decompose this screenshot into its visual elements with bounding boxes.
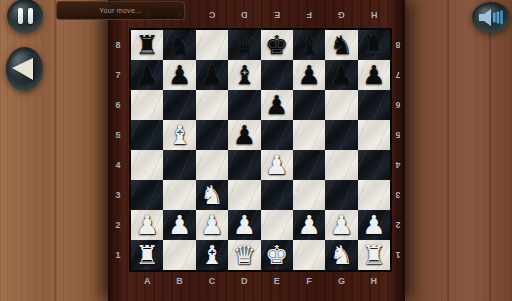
rank-labels-left: 87654321	[110, 30, 126, 270]
black-pawn[interactable]: ♟	[265, 91, 288, 119]
square-a4[interactable]	[131, 150, 163, 180]
square-a2[interactable]: ♟	[131, 210, 163, 240]
file-label-g: G	[325, 10, 357, 20]
rank-label-2: 2	[390, 210, 406, 240]
square-c4[interactable]	[196, 150, 228, 180]
black-pawn[interactable]: ♟	[362, 61, 385, 89]
wood-seam	[447, 0, 449, 301]
status-bar: Your move...	[56, 1, 185, 20]
rank-label-3: 3	[390, 180, 406, 210]
black-pawn[interactable]: ♟	[233, 121, 256, 149]
square-g5[interactable]	[325, 120, 357, 150]
square-d2[interactable]: ♟	[228, 210, 260, 240]
rank-label-7: 7	[110, 60, 126, 90]
white-bishop[interactable]: ♝	[168, 121, 191, 149]
square-h7[interactable]: ♟	[358, 60, 390, 90]
square-g3[interactable]	[325, 180, 357, 210]
black-knight[interactable]: ♞	[168, 31, 191, 59]
rank-label-2: 2	[110, 210, 126, 240]
file-label-d: D	[228, 276, 260, 286]
square-g6[interactable]	[325, 90, 357, 120]
status-message: Your move...	[99, 7, 142, 14]
rank-label-5: 5	[390, 120, 406, 150]
square-c6[interactable]	[196, 90, 228, 120]
wood-seam	[54, 0, 56, 301]
black-pawn[interactable]: ♟	[330, 61, 353, 89]
square-b5[interactable]: ♝	[163, 120, 195, 150]
rank-label-8: 8	[110, 30, 126, 60]
square-b7[interactable]: ♟	[163, 60, 195, 90]
black-knight[interactable]: ♞	[330, 31, 353, 59]
rank-label-4: 4	[110, 150, 126, 180]
square-h2[interactable]: ♟	[358, 210, 390, 240]
white-rook[interactable]: ♜	[362, 241, 385, 269]
square-g7[interactable]: ♟	[325, 60, 357, 90]
rank-label-5: 5	[110, 120, 126, 150]
square-c5[interactable]	[196, 120, 228, 150]
square-e7[interactable]	[261, 60, 293, 90]
white-pawn[interactable]: ♟	[330, 211, 353, 239]
black-pawn[interactable]: ♟	[168, 61, 191, 89]
file-label-c: C	[196, 10, 228, 20]
pause-button[interactable]	[7, 0, 43, 33]
speaker-icon	[479, 9, 503, 26]
square-f4[interactable]	[293, 150, 325, 180]
file-label-c: C	[196, 276, 228, 286]
file-label-e: E	[261, 10, 293, 20]
rank-label-8: 8	[390, 30, 406, 60]
black-pawn[interactable]: ♟	[200, 61, 223, 89]
square-a5[interactable]	[131, 120, 163, 150]
square-d8[interactable]: ♛	[228, 30, 260, 60]
rank-label-4: 4	[390, 150, 406, 180]
square-f5[interactable]	[293, 120, 325, 150]
square-c2[interactable]: ♟	[196, 210, 228, 240]
rank-labels-right: 87654321	[390, 30, 406, 270]
chess-board[interactable]: ♜♞♛♚♝♞♜♟♟♟♝♟♟♟♟♝♟♟♞♟♟♟♟♟♟♟♜♝♛♚♞♜	[129, 28, 392, 272]
square-f8[interactable]: ♝	[293, 30, 325, 60]
square-d6[interactable]	[228, 90, 260, 120]
square-b6[interactable]	[163, 90, 195, 120]
file-label-e: E	[261, 276, 293, 286]
black-pawn[interactable]: ♟	[136, 61, 159, 89]
square-e3[interactable]	[261, 180, 293, 210]
square-b4[interactable]	[163, 150, 195, 180]
square-e6[interactable]: ♟	[261, 90, 293, 120]
square-e5[interactable]	[261, 120, 293, 150]
black-king[interactable]: ♚	[265, 31, 288, 59]
square-d5[interactable]: ♟	[228, 120, 260, 150]
file-label-f: F	[293, 10, 325, 20]
pause-icon	[18, 8, 33, 24]
file-labels-bottom: ABCDEFGH	[131, 276, 390, 286]
square-g1[interactable]: ♞	[325, 240, 357, 270]
square-h6[interactable]	[358, 90, 390, 120]
square-f6[interactable]	[293, 90, 325, 120]
square-d4[interactable]	[228, 150, 260, 180]
square-c3[interactable]: ♞	[196, 180, 228, 210]
wood-seam	[489, 0, 491, 301]
white-pawn[interactable]: ♟	[233, 211, 256, 239]
square-b1[interactable]	[163, 240, 195, 270]
square-b3[interactable]	[163, 180, 195, 210]
square-g2[interactable]: ♟	[325, 210, 357, 240]
white-pawn[interactable]: ♟	[200, 211, 223, 239]
white-knight[interactable]: ♞	[200, 181, 223, 209]
black-queen[interactable]: ♛	[233, 31, 256, 59]
white-pawn[interactable]: ♟	[168, 211, 191, 239]
white-queen[interactable]: ♛	[233, 241, 256, 269]
square-c8[interactable]	[196, 30, 228, 60]
file-label-f: F	[293, 276, 325, 286]
square-h3[interactable]	[358, 180, 390, 210]
square-h8[interactable]: ♜	[358, 30, 390, 60]
square-f1[interactable]	[293, 240, 325, 270]
black-bishop[interactable]: ♝	[233, 61, 256, 89]
square-d3[interactable]	[228, 180, 260, 210]
back-button[interactable]	[6, 47, 43, 91]
back-arrow-icon	[12, 58, 33, 80]
square-e1[interactable]: ♚	[261, 240, 293, 270]
square-h1[interactable]: ♜	[358, 240, 390, 270]
white-knight[interactable]: ♞	[330, 241, 353, 269]
square-f3[interactable]	[293, 180, 325, 210]
file-label-h: H	[358, 10, 390, 20]
black-rook[interactable]: ♜	[136, 31, 159, 59]
black-rook[interactable]: ♜	[362, 31, 385, 59]
square-b8[interactable]: ♞	[163, 30, 195, 60]
file-label-b: B	[163, 276, 195, 286]
rank-label-7: 7	[390, 60, 406, 90]
square-d1[interactable]: ♛	[228, 240, 260, 270]
file-label-a: A	[131, 276, 163, 286]
black-pawn[interactable]: ♟	[297, 61, 320, 89]
white-bishop[interactable]: ♝	[200, 241, 223, 269]
square-g4[interactable]	[325, 150, 357, 180]
square-e2[interactable]	[261, 210, 293, 240]
square-e4[interactable]: ♟	[261, 150, 293, 180]
white-pawn[interactable]: ♟	[136, 211, 159, 239]
white-rook[interactable]: ♜	[136, 241, 159, 269]
square-a8[interactable]: ♜	[131, 30, 163, 60]
sound-button[interactable]	[472, 2, 510, 33]
square-a1[interactable]: ♜	[131, 240, 163, 270]
square-f7[interactable]: ♟	[293, 60, 325, 90]
square-a6[interactable]	[131, 90, 163, 120]
square-g8[interactable]: ♞	[325, 30, 357, 60]
square-c7[interactable]: ♟	[196, 60, 228, 90]
square-h5[interactable]	[358, 120, 390, 150]
square-c1[interactable]: ♝	[196, 240, 228, 270]
white-pawn[interactable]: ♟	[297, 211, 320, 239]
rank-label-6: 6	[110, 90, 126, 120]
black-bishop[interactable]: ♝	[297, 31, 320, 59]
rank-label-1: 1	[110, 240, 126, 270]
file-label-h: H	[358, 276, 390, 286]
square-f2[interactable]: ♟	[293, 210, 325, 240]
square-h4[interactable]	[358, 150, 390, 180]
square-e8[interactable]: ♚	[261, 30, 293, 60]
square-b2[interactable]: ♟	[163, 210, 195, 240]
white-pawn[interactable]: ♟	[362, 211, 385, 239]
rank-label-1: 1	[390, 240, 406, 270]
file-label-g: G	[325, 276, 357, 286]
rank-label-3: 3	[110, 180, 126, 210]
rank-label-6: 6	[390, 90, 406, 120]
file-label-d: D	[228, 10, 260, 20]
white-pawn[interactable]: ♟	[265, 151, 288, 179]
square-a7[interactable]: ♟	[131, 60, 163, 90]
square-d7[interactable]: ♝	[228, 60, 260, 90]
white-king[interactable]: ♚	[265, 241, 288, 269]
square-a3[interactable]	[131, 180, 163, 210]
